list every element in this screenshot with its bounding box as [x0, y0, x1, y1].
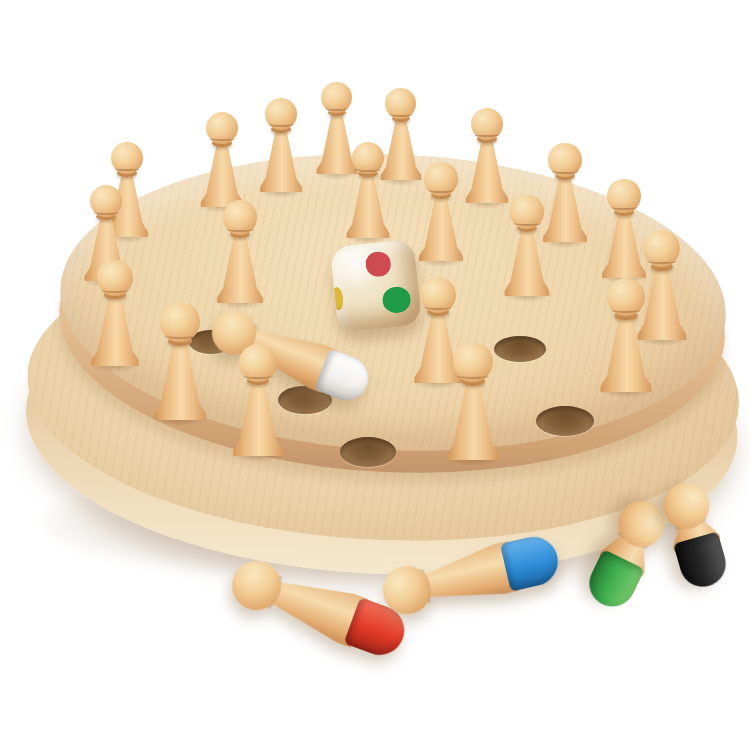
memory-chess-photo [0, 0, 750, 750]
peg-head [225, 554, 288, 617]
lying-peg-black-tip[interactable] [656, 477, 732, 592]
lying-peg-blue-tip[interactable] [378, 531, 563, 620]
peg-color-tip-blue [500, 532, 562, 591]
peg-head [378, 561, 436, 619]
lying-peg-green-tip[interactable] [580, 493, 673, 615]
removed-pegs-layer [0, 0, 750, 750]
